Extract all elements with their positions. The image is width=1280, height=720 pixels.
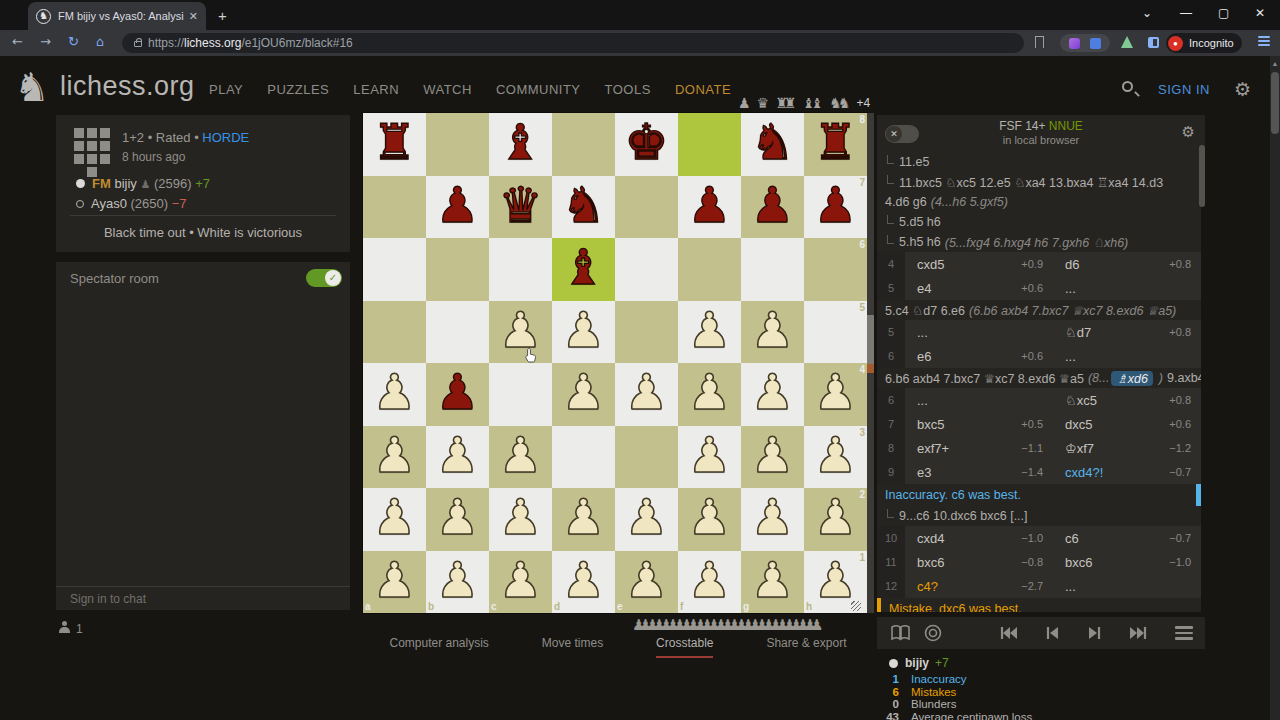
divider [70, 215, 336, 216]
move-row-9: 9e3−1.4cxd4?!−0.7 [877, 460, 1201, 484]
white-pawn-b3[interactable]: ♟ [426, 426, 489, 489]
variation-line[interactable]: 9...c6 10.dxc6 bxc6 [...] [877, 506, 1201, 526]
white-pawn-f5[interactable]: ♟ [678, 301, 741, 364]
tree-connector [887, 175, 894, 184]
square-a5[interactable] [363, 301, 426, 364]
square-d5[interactable]: ♟ [552, 301, 615, 364]
white-pawn-d1[interactable]: ♟ [552, 551, 615, 614]
move-san[interactable]: e6 [917, 349, 931, 364]
gauge-marker [867, 364, 874, 373]
move-eval: −1.2 [1169, 442, 1191, 454]
white-pawn-f1[interactable]: ♟ [678, 551, 741, 614]
square-g4[interactable]: ♟ [741, 363, 804, 426]
white-pawn-a2[interactable]: ♟ [363, 488, 426, 551]
move-san[interactable]: c6 [1065, 531, 1079, 546]
material-advantage: +4 [856, 96, 870, 110]
variation-line[interactable]: 5.c4 ♘d7 6.e6(6.b6 axb4 7.bxc7 ♕xc7 8.ex… [877, 300, 1201, 320]
game-result-text: Black time out • White is victorious [56, 225, 350, 240]
scrollbar-up-icon[interactable]: ▲ [1270, 56, 1280, 67]
white-move-cell[interactable]: cxd4−1.0 [905, 526, 1053, 550]
square-e4[interactable]: ♟ [615, 363, 678, 426]
tab-move-times[interactable]: Move times [542, 636, 603, 658]
square-c4[interactable] [489, 363, 552, 426]
nav-item-play[interactable]: PLAY [209, 82, 243, 97]
square-h8[interactable]: ♜8 [804, 113, 867, 176]
move-san[interactable]: c4? [917, 579, 938, 594]
square-g6[interactable] [741, 238, 804, 301]
square-d1[interactable]: ♟d [552, 551, 615, 614]
square-d3[interactable] [552, 426, 615, 489]
move-row-5: 5...♘d7+0.8 [877, 320, 1201, 344]
nav-item-donate[interactable]: DONATE [675, 82, 731, 97]
nav-item-watch[interactable]: WATCH [423, 82, 472, 97]
move-san[interactable]: exf7+ [917, 441, 949, 456]
variation-line[interactable]: 5.h5 h6(5...fxg4 6.hxg4 h6 7.gxh6 ♘xh6) [877, 232, 1201, 252]
square-d2[interactable]: ♟ [552, 488, 615, 551]
incognito-icon: ● [1168, 36, 1183, 51]
square-f3[interactable]: ♟ [678, 426, 741, 489]
game-meta: 1+2 • Rated • HORDE [122, 130, 249, 145]
analysis-controls [877, 617, 1205, 649]
nav-item-puzzles[interactable]: PUZZLES [267, 82, 329, 97]
accuracy-panel: bijiy +7 1Inaccuracy6Mistakes0Blunders43… [877, 652, 1205, 720]
move-eval: +0.8 [1169, 258, 1191, 270]
window-close-button[interactable]: ✕ [1255, 6, 1265, 20]
move-eval: −0.7 [1169, 466, 1191, 478]
tab-share-export[interactable]: Share & export [766, 636, 846, 658]
captured-rook-icon: ♜♜ [775, 95, 796, 111]
analysis-menu-icon[interactable] [1175, 623, 1193, 643]
previous-move-button[interactable] [1046, 626, 1059, 640]
square-d6[interactable]: ♝ [552, 238, 615, 301]
square-c1[interactable]: ♟c [489, 551, 552, 614]
extensions-puzzle-icon[interactable] [1090, 38, 1101, 49]
white-pawn-f2[interactable]: ♟ [678, 488, 741, 551]
white-pawn-g5[interactable]: ♟ [741, 301, 804, 364]
sidepanel-icon[interactable] [1148, 37, 1159, 48]
black-move-cell[interactable]: bxc6−1.0 [1053, 550, 1201, 574]
move-eval: −1.0 [1021, 532, 1043, 544]
acpl-row-blunders: 0Blunders [877, 698, 1205, 711]
square-g1[interactable]: ♟g [741, 551, 804, 614]
white-pawn-c5[interactable]: ♟ [489, 301, 552, 364]
white-pawn-e1[interactable]: ♟ [615, 551, 678, 614]
square-a4[interactable]: ♟ [363, 363, 426, 426]
white-pawn-e2[interactable]: ♟ [615, 488, 678, 551]
move-san[interactable]: ... [1065, 579, 1076, 594]
black-pawn-f7[interactable]: ♟ [678, 176, 741, 239]
move-eval: −1.4 [1021, 466, 1043, 478]
square-c5[interactable]: ♟ [489, 301, 552, 364]
hand-cursor-icon [523, 347, 539, 363]
white-pawn-g3[interactable]: ♟ [741, 426, 804, 489]
last-move-button[interactable] [1129, 626, 1147, 640]
square-g2[interactable]: ♟ [741, 488, 804, 551]
chess-board[interactable]: ♜♝♚♞♜8♟♛♞♟♟♟7♝6♟♟♟♟5♟♟♟♟♟♟♟4♟♟♟♟♟♟3♟♟♟♟♟… [363, 113, 867, 613]
move-list[interactable]: 11.e511.bxc5 ♘xc5 12.e5 ♘xa4 13.bxa4 ♖xa… [877, 152, 1201, 612]
black-move-cell[interactable]: ♘xc5+0.8 [1053, 388, 1201, 412]
divider [56, 586, 350, 587]
rank-label-3: 3 [859, 427, 865, 438]
white-move-cell[interactable]: e6+0.6 [905, 344, 1053, 368]
next-move-button[interactable] [1088, 626, 1101, 640]
white-pawn-f3[interactable]: ♟ [678, 426, 741, 489]
player-piece-icon: ♟ [140, 178, 150, 191]
sign-in-button[interactable]: SIGN IN [1158, 82, 1210, 97]
tab-computer-analysis[interactable]: Computer analysis [389, 636, 488, 658]
black-move-cell[interactable]: d6+0.8 [1053, 252, 1201, 276]
window-minimize-button[interactable]: — [1180, 6, 1192, 20]
engine-toggle-x-icon: ✕ [886, 126, 902, 142]
white-pawn-c2[interactable]: ♟ [489, 488, 552, 551]
square-c2[interactable]: ♟ [489, 488, 552, 551]
horde-variant-icon [74, 128, 112, 177]
nav-item-tools[interactable]: TOOLS [605, 82, 651, 97]
move-san[interactable]: cxd5 [917, 257, 944, 272]
home-icon[interactable]: ⌂ [96, 34, 104, 49]
move-number: 4 [877, 252, 905, 276]
square-f4[interactable]: ♟ [678, 363, 741, 426]
move-row-7: 7bxc5+0.5dxc5+0.6 [877, 412, 1201, 436]
lichess-logo-icon[interactable]: ♞ [14, 64, 50, 110]
black-rook-h8[interactable]: ♜ [804, 113, 867, 176]
move-eval: −1.1 [1021, 442, 1043, 454]
variation-line[interactable]: 11.bxc5 ♘xc5 12.e5 ♘xa4 13.bxa4 ♖xa4 14.… [877, 172, 1201, 192]
chat-signin-note[interactable]: Sign in to chat [70, 592, 146, 606]
square-f1[interactable]: ♟f [678, 551, 741, 614]
file-label-g: g [743, 601, 749, 612]
main-nav: PLAYPUZZLESLEARNWATCHCOMMUNITYTOOLSDONAT… [209, 82, 731, 97]
browser-tab[interactable]: ♞ FM bijiy vs Ayas0: Analysis board ✕ [28, 2, 206, 30]
variation-line[interactable]: 6.b6 axb4 7.bxc7 ♕xc7 8.exd6 ♕a5 (8...♗x… [877, 368, 1201, 388]
judgment-comment: Mistake. dxc6 was best. [877, 598, 1201, 612]
white-pawn-g1[interactable]: ♟ [741, 551, 804, 614]
white-pawn-b2[interactable]: ♟ [426, 488, 489, 551]
square-e3[interactable] [615, 426, 678, 489]
tree-connector [887, 155, 894, 164]
variant-link[interactable]: HORDE [202, 130, 249, 145]
black-move-cell[interactable]: ♘d7+0.8 [1053, 320, 1201, 344]
judgment-comment: Inaccuracy. c6 was best. [877, 484, 1201, 506]
square-b6[interactable] [426, 238, 489, 301]
move-number: 10 [877, 526, 905, 550]
rank-label-2: 2 [859, 489, 865, 500]
preferences-gear-icon[interactable]: ⚙ [1234, 78, 1251, 100]
black-knight-g8[interactable]: ♞ [741, 113, 804, 176]
material-diff-black: ♟♛♜♜♝♝♞♞+4 [738, 95, 870, 111]
spectator-count: 1 [76, 622, 83, 636]
move-number: 5 [877, 320, 905, 344]
move-san[interactable]: ... [917, 393, 928, 408]
square-c6[interactable] [489, 238, 552, 301]
black-pawn-g7[interactable]: ♟ [741, 176, 804, 239]
white-move-cell[interactable]: e4+0.6 [905, 276, 1053, 300]
move-eval: −0.8 [1021, 556, 1043, 568]
extensions-group[interactable] [1060, 34, 1110, 52]
engine-badge: NNUE [1049, 119, 1083, 133]
move-list-scrollbar-thumb[interactable] [1199, 145, 1205, 207]
black-pawn-b7[interactable]: ♟ [426, 176, 489, 239]
white-pawn-c1[interactable]: ♟ [489, 551, 552, 614]
incognito-badge: ● Incognito [1166, 33, 1242, 53]
black-queen-c7[interactable]: ♛ [489, 176, 552, 239]
file-label-e: e [617, 601, 623, 612]
flask-extension-icon[interactable] [1121, 36, 1133, 48]
acpl-row-average-centipawn-loss: 43Average centipawn loss [877, 711, 1205, 720]
move-eval: +0.8 [1169, 394, 1191, 406]
square-e5[interactable] [615, 301, 678, 364]
white-pawn-b1[interactable]: ♟ [426, 551, 489, 614]
nav-item-community[interactable]: COMMUNITY [496, 82, 581, 97]
black-knight-d7[interactable]: ♞ [552, 176, 615, 239]
back-icon[interactable]: ← [12, 34, 23, 49]
search-icon[interactable] [1122, 81, 1133, 92]
move-san[interactable]: ♘d7 [1065, 325, 1091, 340]
square-a3[interactable]: ♟ [363, 426, 426, 489]
square-f2[interactable]: ♟ [678, 488, 741, 551]
move-number: 6 [877, 344, 905, 368]
square-d8[interactable] [552, 113, 615, 176]
spectator-room-title: Spectator room [70, 271, 159, 286]
square-e6[interactable] [615, 238, 678, 301]
square-a1[interactable]: ♟a [363, 551, 426, 614]
analysis-scroll-gauge[interactable] [867, 113, 874, 613]
white-pawn-g2[interactable]: ♟ [741, 488, 804, 551]
acpl-rows: 1Inaccuracy6Mistakes0Blunders43Average c… [877, 673, 1205, 720]
browser-menu-icon[interactable] [1258, 36, 1270, 48]
move-row-12: 12c4?−2.7... [877, 574, 1201, 598]
white-pawn-a1[interactable]: ♟ [363, 551, 426, 614]
move-san[interactable]: ♔xf7 [1065, 441, 1094, 456]
black-player-row[interactable]: Ayas0 (2650) −7 [76, 196, 187, 211]
black-move-cell[interactable]: ... [1053, 574, 1201, 598]
white-pawn-h2[interactable]: ♟ [804, 488, 867, 551]
black-move-cell[interactable]: c6−0.7 [1053, 526, 1201, 550]
tab-crosstable[interactable]: Crosstable [656, 636, 713, 658]
white-move-cell[interactable]: bxc6−0.8 [905, 550, 1053, 574]
page-scrollbar-thumb[interactable] [1271, 72, 1279, 134]
move-number: 6 [877, 388, 905, 412]
move-san[interactable]: ... [917, 325, 928, 340]
captured-knight-icon: ♞♞ [829, 95, 850, 111]
white-pawn-a3[interactable]: ♟ [363, 426, 426, 489]
black-bishop-d6[interactable]: ♝ [552, 238, 615, 301]
white-move-cell[interactable]: e3−1.4 [905, 460, 1053, 484]
tree-connector [887, 509, 894, 518]
extension-lock-icon[interactable] [1069, 38, 1080, 49]
square-d4[interactable]: ♟ [552, 363, 615, 426]
nav-item-learn[interactable]: LEARN [353, 82, 399, 97]
opening-book-icon[interactable] [891, 625, 910, 641]
practice-target-icon[interactable] [924, 624, 942, 642]
spectator-room-panel [56, 262, 350, 610]
square-d7[interactable]: ♞ [552, 176, 615, 239]
move-san[interactable]: ... [1065, 281, 1076, 296]
square-b4[interactable]: ♟ [426, 363, 489, 426]
white-pawn-c3[interactable]: ♟ [489, 426, 552, 489]
active-move[interactable]: ♗xd6 [1111, 371, 1152, 386]
material-diff-white-pawns: ♟♟♟♟♟♟♟♟♟♟♟♟♟♟♟♟♟♟♟♟♟♟♟♟♟♟♟ [632, 616, 864, 634]
move-san[interactable]: cxd4?! [1065, 465, 1103, 480]
move-san[interactable]: bxc5 [917, 417, 944, 432]
square-a8[interactable]: ♜ [363, 113, 426, 176]
move-row-11: 11bxc6−0.8bxc6−1.0 [877, 550, 1201, 574]
move-san[interactable]: d6 [1065, 257, 1079, 272]
move-number: 7 [877, 412, 905, 436]
square-f5[interactable]: ♟ [678, 301, 741, 364]
square-h4[interactable]: ♟4 [804, 363, 867, 426]
engine-settings-gear-icon[interactable]: ⚙ [1182, 123, 1195, 141]
square-b1[interactable]: ♟b [426, 551, 489, 614]
move-san[interactable]: ... [1065, 349, 1076, 364]
square-c7[interactable]: ♛ [489, 176, 552, 239]
square-h7[interactable]: ♟7 [804, 176, 867, 239]
move-san[interactable]: dxc5 [1065, 417, 1092, 432]
reload-icon[interactable]: ↻ [68, 34, 79, 49]
square-b7[interactable]: ♟ [426, 176, 489, 239]
square-e1[interactable]: ♟e [615, 551, 678, 614]
white-pawn-e4[interactable]: ♟ [615, 363, 678, 426]
move-san[interactable]: cxd4 [917, 531, 944, 546]
square-e8[interactable]: ♚ [615, 113, 678, 176]
move-number: 8 [877, 436, 905, 460]
bookmark-icon[interactable] [1035, 36, 1044, 48]
rank-label-7: 7 [859, 177, 865, 188]
white-move-cell[interactable]: ... [905, 388, 1053, 412]
tab-close-icon[interactable]: ✕ [189, 10, 198, 23]
tree-connector [887, 235, 894, 244]
black-move-cell[interactable]: cxd4?!−0.7 [1053, 460, 1201, 484]
browser-tab-strip: ♞ FM bijiy vs Ayas0: Analysis board ✕ + … [0, 0, 1280, 30]
file-label-d: d [554, 601, 560, 612]
black-rook-a8[interactable]: ♜ [363, 113, 426, 176]
move-san[interactable]: e3 [917, 465, 931, 480]
white-pawn-h3[interactable]: ♟ [804, 426, 867, 489]
rank-label-4: 4 [859, 364, 865, 375]
engine-header: ✕ FSF 14+ NNUE in local browser ⚙ [877, 115, 1205, 152]
forward-icon[interactable]: → [40, 34, 51, 49]
black-king-e8[interactable]: ♚ [615, 113, 678, 176]
incognito-label: Incognito [1189, 37, 1234, 49]
move-san[interactable]: e4 [917, 281, 931, 296]
square-f8[interactable] [678, 113, 741, 176]
lock-icon [134, 41, 142, 47]
square-b8[interactable] [426, 113, 489, 176]
square-e7[interactable] [615, 176, 678, 239]
square-a6[interactable] [363, 238, 426, 301]
file-label-h: h [806, 601, 812, 612]
white-pawn-d4[interactable]: ♟ [552, 363, 615, 426]
black-color-icon [76, 200, 84, 208]
black-pawn-b4[interactable]: ♟ [426, 363, 489, 426]
move-row-4: 4cxd5+0.9d6+0.8 [877, 252, 1201, 276]
chat-toggle[interactable]: ✓ [306, 269, 342, 287]
white-pawn-g4[interactable]: ♟ [741, 363, 804, 426]
captured-bishop-icon: ♝♝ [802, 95, 823, 111]
black-pawn-h7[interactable]: ♟ [804, 176, 867, 239]
square-b3[interactable]: ♟ [426, 426, 489, 489]
black-move-cell[interactable]: ... [1053, 276, 1201, 300]
white-pawn-h4[interactable]: ♟ [804, 363, 867, 426]
toggle-check-icon: ✓ [325, 270, 341, 286]
black-move-cell[interactable]: ♔xf7−1.2 [1053, 436, 1201, 460]
white-move-cell[interactable]: c4?−2.7 [905, 574, 1053, 598]
tab-search-dropdown-icon[interactable]: ⌄ [1142, 6, 1152, 20]
square-f6[interactable] [678, 238, 741, 301]
file-label-a: a [365, 601, 371, 612]
move-san[interactable]: bxc6 [917, 555, 944, 570]
square-a2[interactable]: ♟ [363, 488, 426, 551]
square-c8[interactable]: ♝ [489, 113, 552, 176]
engine-info: FSF 14+ NNUE in local browser [877, 119, 1205, 148]
move-row-5: 5e4+0.6... [877, 276, 1201, 300]
black-bishop-c8[interactable]: ♝ [489, 113, 552, 176]
move-number: 11 [877, 550, 905, 574]
rank-label-8: 8 [859, 114, 865, 125]
square-h6[interactable]: 6 [804, 238, 867, 301]
white-pawn-d2[interactable]: ♟ [552, 488, 615, 551]
white-pawn-d5[interactable]: ♟ [552, 301, 615, 364]
square-g5[interactable]: ♟ [741, 301, 804, 364]
white-move-cell[interactable]: exf7+−1.1 [905, 436, 1053, 460]
square-h3[interactable]: ♟3 [804, 426, 867, 489]
variation-line[interactable]: 5.d5 h6 [877, 212, 1201, 232]
move-eval: −2.7 [1021, 580, 1043, 592]
site-brand[interactable]: lichess.org [60, 71, 195, 102]
white-pawn-a4[interactable]: ♟ [363, 363, 426, 426]
engine-toggle[interactable]: ✕ [885, 125, 919, 143]
first-move-button[interactable] [1000, 626, 1018, 640]
move-san[interactable]: bxc6 [1065, 555, 1092, 570]
square-a7[interactable] [363, 176, 426, 239]
square-g7[interactable]: ♟ [741, 176, 804, 239]
page-scrollbar[interactable]: ▲ [1270, 56, 1280, 720]
square-e2[interactable]: ♟ [615, 488, 678, 551]
move-eval: +0.5 [1021, 418, 1043, 430]
square-f7[interactable]: ♟ [678, 176, 741, 239]
white-move-cell[interactable]: bxc5+0.5 [905, 412, 1053, 436]
engine-name: FSF 14+ [999, 119, 1045, 133]
square-b2[interactable]: ♟ [426, 488, 489, 551]
url-bar[interactable]: https://lichess.org/e1jOU6mz/black#16 [122, 33, 1024, 53]
board-resize-handle[interactable] [851, 601, 861, 611]
window-maximize-button[interactable]: ▢ [1218, 6, 1229, 20]
acpl-player-delta: +7 [935, 656, 949, 670]
variation-line[interactable]: 4.d6 g6(4...h6 5.gxf5) [877, 192, 1201, 212]
move-san[interactable]: ♘xc5 [1065, 393, 1097, 408]
underboard-tabs: Computer analysisMove timesCrosstableSha… [363, 636, 873, 658]
tree-connector [887, 215, 894, 224]
variation-line[interactable]: 11.e5 [877, 152, 1201, 172]
move-eval: +0.6 [1021, 350, 1043, 362]
new-tab-button[interactable]: + [218, 7, 227, 24]
white-pawn-f4[interactable]: ♟ [678, 363, 741, 426]
square-b5[interactable] [426, 301, 489, 364]
black-move-cell[interactable]: ... [1053, 344, 1201, 368]
file-label-c: c [491, 601, 497, 612]
white-player-row[interactable]: FM bijiy ♟ (2596) +7 [76, 176, 210, 191]
square-h2[interactable]: ♟2 [804, 488, 867, 551]
spectator-user-icon [58, 621, 71, 634]
black-move-cell[interactable]: dxc5+0.6 [1053, 412, 1201, 436]
white-move-cell[interactable]: cxd5+0.9 [905, 252, 1053, 276]
square-h5[interactable]: 5 [804, 301, 867, 364]
white-move-cell[interactable]: ... [905, 320, 1053, 344]
move-row-10: 10cxd4−1.0c6−0.7 [877, 526, 1201, 550]
square-c3[interactable]: ♟ [489, 426, 552, 489]
square-g8[interactable]: ♞ [741, 113, 804, 176]
square-g3[interactable]: ♟ [741, 426, 804, 489]
